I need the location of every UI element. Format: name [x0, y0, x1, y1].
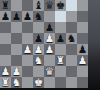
- square-d8[interactable]: ♝: [33, 0, 44, 11]
- chess-board: ♜♝♛♚♟♟♟♞♟♟♟♟♞♟♟♟♟♞♜♟♟♟♛♜♞♚: [0, 0, 88, 88]
- square-d7[interactable]: ♞: [33, 11, 44, 22]
- square-d2[interactable]: [33, 66, 44, 77]
- white-knight: ♞: [12, 77, 21, 88]
- bottom-edge: [0, 88, 88, 90]
- square-c6[interactable]: [22, 22, 33, 33]
- white-rook: ♜: [56, 55, 65, 66]
- square-b7[interactable]: ♟: [11, 11, 22, 22]
- white-pawn: ♟: [12, 66, 21, 77]
- white-queen: ♛: [45, 66, 54, 77]
- square-e4[interactable]: ♟: [44, 44, 55, 55]
- square-a1[interactable]: ♜: [0, 77, 11, 88]
- square-c5[interactable]: [22, 33, 33, 44]
- square-f8[interactable]: ♚: [55, 0, 66, 11]
- white-knight: ♞: [34, 55, 43, 66]
- square-c1[interactable]: [22, 77, 33, 88]
- square-b3[interactable]: [11, 55, 22, 66]
- white-pawn: ♟: [45, 44, 54, 55]
- square-a5[interactable]: [0, 33, 11, 44]
- square-g3[interactable]: [66, 55, 77, 66]
- white-pawn: ♟: [45, 33, 54, 44]
- square-a4[interactable]: [0, 44, 11, 55]
- square-b1[interactable]: ♞: [11, 77, 22, 88]
- square-g8[interactable]: [66, 0, 77, 11]
- square-a6[interactable]: [0, 22, 11, 33]
- square-b4[interactable]: [11, 44, 22, 55]
- square-h8[interactable]: [77, 0, 88, 11]
- square-b2[interactable]: ♟: [11, 66, 22, 77]
- white-pawn: ♟: [34, 44, 43, 55]
- square-f4[interactable]: [55, 44, 66, 55]
- square-e8[interactable]: ♛: [44, 0, 55, 11]
- square-g4[interactable]: [66, 44, 77, 55]
- black-pawn: ♟: [56, 33, 65, 44]
- black-queen: ♛: [45, 0, 54, 11]
- square-f2[interactable]: [55, 66, 66, 77]
- square-g1[interactable]: [66, 77, 77, 88]
- square-b6[interactable]: [11, 22, 22, 33]
- square-a2[interactable]: ♟: [0, 66, 11, 77]
- black-rook: ♜: [1, 0, 10, 11]
- square-c7[interactable]: ♟: [22, 11, 33, 22]
- square-e5[interactable]: ♟: [44, 33, 55, 44]
- chess-app: ♜♝♛♚♟♟♟♞♟♟♟♟♞♟♟♟♟♞♜♟♟♟♛♜♞♚: [0, 0, 100, 90]
- black-bishop: ♝: [34, 0, 43, 11]
- white-pawn: ♟: [1, 66, 10, 77]
- square-c4[interactable]: ♟: [22, 44, 33, 55]
- black-king: ♚: [56, 0, 65, 11]
- square-h5[interactable]: [77, 33, 88, 44]
- square-d1[interactable]: ♚: [33, 77, 44, 88]
- square-e3[interactable]: [44, 55, 55, 66]
- square-d6[interactable]: [33, 22, 44, 33]
- black-pawn: ♟: [78, 44, 87, 55]
- square-g7[interactable]: [66, 11, 77, 22]
- right-panel-sliver: [88, 0, 100, 90]
- black-pawn: ♟: [1, 11, 10, 22]
- white-pawn: ♟: [78, 55, 87, 66]
- square-h4[interactable]: ♟: [77, 44, 88, 55]
- square-e7[interactable]: [44, 11, 55, 22]
- square-d3[interactable]: ♞: [33, 55, 44, 66]
- black-pawn: ♟: [12, 11, 21, 22]
- black-knight: ♞: [67, 33, 76, 44]
- square-c8[interactable]: [22, 0, 33, 11]
- square-e2[interactable]: ♛: [44, 66, 55, 77]
- square-c2[interactable]: [22, 66, 33, 77]
- square-a3[interactable]: [0, 55, 11, 66]
- square-h1[interactable]: [77, 77, 88, 88]
- square-f3[interactable]: ♜: [55, 55, 66, 66]
- square-b5[interactable]: [11, 33, 22, 44]
- square-d5[interactable]: ♟: [33, 33, 44, 44]
- square-g5[interactable]: ♞: [66, 33, 77, 44]
- square-e1[interactable]: [44, 77, 55, 88]
- square-g6[interactable]: [66, 22, 77, 33]
- black-pawn: ♟: [34, 33, 43, 44]
- black-knight: ♞: [34, 11, 43, 22]
- white-rook: ♜: [1, 77, 10, 88]
- square-c3[interactable]: [22, 55, 33, 66]
- square-g2[interactable]: [66, 66, 77, 77]
- white-king: ♚: [34, 77, 43, 88]
- square-b8[interactable]: [11, 0, 22, 11]
- square-e6[interactable]: ♟: [44, 22, 55, 33]
- black-pawn: ♟: [23, 11, 32, 22]
- black-pawn: ♟: [45, 22, 54, 33]
- square-a8[interactable]: ♜: [0, 0, 11, 11]
- square-f5[interactable]: ♟: [55, 33, 66, 44]
- square-h3[interactable]: ♟: [77, 55, 88, 66]
- square-h6[interactable]: [77, 22, 88, 33]
- square-d4[interactable]: ♟: [33, 44, 44, 55]
- square-h7[interactable]: [77, 11, 88, 22]
- square-h2[interactable]: [77, 66, 88, 77]
- square-f7[interactable]: [55, 11, 66, 22]
- square-f6[interactable]: [55, 22, 66, 33]
- square-a7[interactable]: ♟: [0, 11, 11, 22]
- square-f1[interactable]: [55, 77, 66, 88]
- white-pawn: ♟: [23, 44, 32, 55]
